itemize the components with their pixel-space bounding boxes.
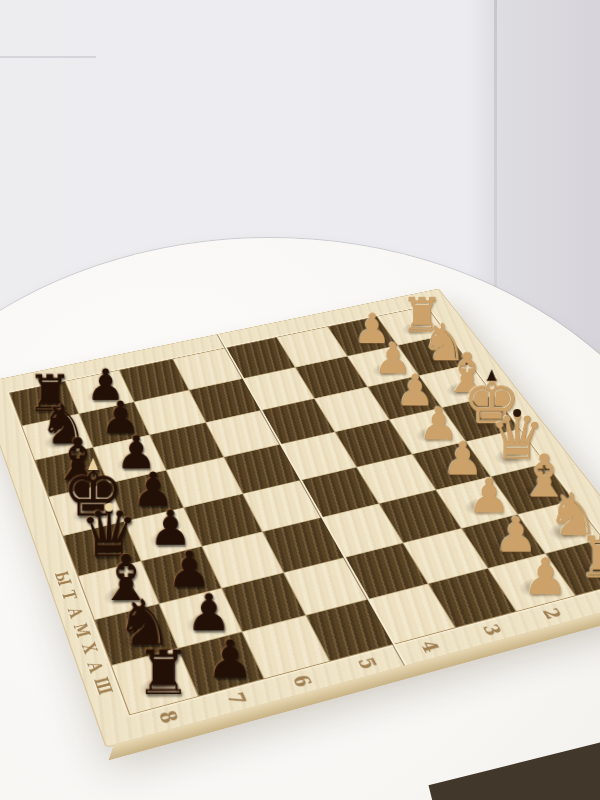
edge-text-letter-0: Ш: [89, 675, 116, 697]
board-perspective-wrap: ♜♟♟♜♞♟♟♞♝♟♟♝♚♟♟♚♛♟♟♛♝♟♟♝♞♟♟♞♜♟♟♜ 8765432…: [30, 210, 570, 750]
edge-text-letter-5: Т: [58, 589, 81, 602]
edge-text-letter-6: Ы: [51, 569, 76, 587]
black-pawn-a7[interactable]: ♟: [194, 633, 268, 686]
edge-text-letter-4: А: [64, 605, 88, 620]
edge-text-letter-1: А: [83, 659, 108, 675]
edge-text-letter-3: М: [69, 621, 94, 639]
wall-edge-line: [0, 56, 96, 58]
edge-text-letter-2: Х: [77, 641, 101, 656]
black-rook-a8[interactable]: ♜: [126, 642, 201, 704]
scene: ♜♟♟♜♞♟♟♞♝♟♟♝♚♟♟♚♛♟♟♛♝♟♟♝♞♟♟♞♜♟♟♜ 8765432…: [0, 0, 600, 800]
white-pawn-a2[interactable]: ♟: [510, 552, 580, 602]
chess-board: ♜♟♟♜♞♟♟♞♝♟♟♝♚♟♟♚♛♟♟♛♝♟♟♝♞♟♟♞♜♟♟♜ 8765432…: [0, 289, 600, 746]
